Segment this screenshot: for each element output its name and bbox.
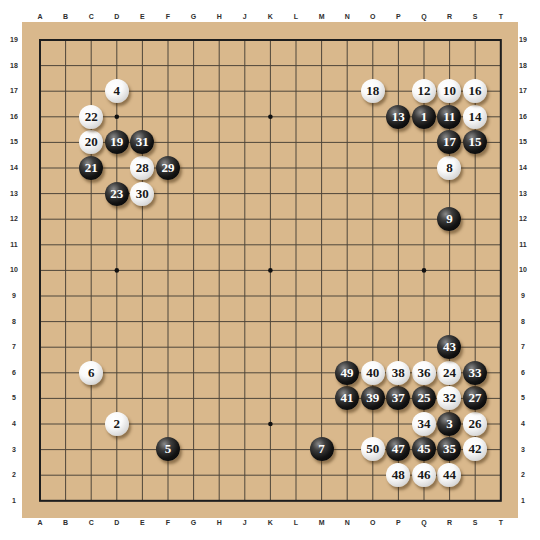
coord-label: 2 [513, 470, 533, 480]
coord-label: R [440, 518, 460, 528]
coord-label: 15 [513, 137, 533, 147]
move-number: 19 [110, 134, 123, 150]
stone-black-41[interactable]: 41 [335, 386, 359, 410]
coord-label: T [491, 12, 511, 22]
move-number: 6 [88, 365, 95, 381]
coord-label: 1 [513, 496, 533, 506]
move-number: 32 [443, 390, 456, 406]
coord-label: S [465, 12, 485, 22]
move-number: 44 [443, 467, 456, 483]
coord-label: F [158, 518, 178, 528]
move-number: 28 [136, 160, 149, 176]
coord-label: E [132, 518, 152, 528]
stone-black-13[interactable]: 13 [386, 105, 410, 129]
stone-black-21[interactable]: 21 [79, 156, 103, 180]
coord-label: Q [414, 12, 434, 22]
coord-label: 11 [4, 240, 24, 250]
move-number: 46 [417, 467, 430, 483]
stone-black-7[interactable]: 7 [310, 437, 334, 461]
coord-label: C [81, 12, 101, 22]
move-number: 2 [114, 416, 121, 432]
move-number: 20 [85, 134, 98, 150]
coord-label: T [491, 518, 511, 528]
coord-label: 17 [513, 86, 533, 96]
stone-white-14[interactable]: 14 [463, 105, 487, 129]
move-number: 25 [417, 390, 430, 406]
coord-label: P [388, 12, 408, 22]
coord-label: G [184, 518, 204, 528]
move-number: 35 [443, 441, 456, 457]
stone-white-12[interactable]: 12 [412, 79, 436, 103]
coord-label: N [337, 518, 357, 528]
move-number: 38 [392, 365, 405, 381]
coord-label: S [465, 518, 485, 528]
stone-white-30[interactable]: 30 [130, 182, 154, 206]
stone-white-42[interactable]: 42 [463, 437, 487, 461]
stone-black-37[interactable]: 37 [386, 386, 410, 410]
coord-label: 14 [513, 163, 533, 173]
coord-label: N [337, 12, 357, 22]
move-number: 34 [417, 416, 430, 432]
move-number: 3 [446, 416, 453, 432]
stones-layer[interactable]: 1234567891011121314151617181920212223242… [27, 27, 513, 513]
stone-black-17[interactable]: 17 [437, 130, 461, 154]
move-number: 14 [469, 109, 482, 125]
coord-label: 4 [513, 419, 533, 429]
move-number: 48 [392, 467, 405, 483]
coord-label: 16 [4, 112, 24, 122]
move-number: 39 [366, 390, 379, 406]
move-number: 47 [392, 441, 405, 457]
coord-label: 5 [513, 393, 533, 403]
move-number: 31 [136, 134, 149, 150]
move-number: 36 [417, 365, 430, 381]
move-number: 49 [341, 365, 354, 381]
stone-white-32[interactable]: 32 [437, 386, 461, 410]
coord-label: L [286, 518, 306, 528]
stone-white-38[interactable]: 38 [386, 361, 410, 385]
coord-label: 12 [4, 214, 24, 224]
coord-label: 7 [4, 342, 24, 352]
coord-label: 9 [513, 291, 533, 301]
move-number: 26 [469, 416, 482, 432]
coord-label: O [363, 12, 383, 22]
coord-label: 7 [513, 342, 533, 352]
move-number: 17 [443, 134, 456, 150]
move-number: 8 [446, 160, 453, 176]
stone-white-22[interactable]: 22 [79, 105, 103, 129]
coord-label: 19 [513, 35, 533, 45]
coord-label: 13 [513, 189, 533, 199]
stone-black-31[interactable]: 31 [130, 130, 154, 154]
move-number: 43 [443, 339, 456, 355]
coord-label: P [388, 518, 408, 528]
move-number: 23 [110, 186, 123, 202]
stone-black-39[interactable]: 39 [361, 386, 385, 410]
stone-black-45[interactable]: 45 [412, 437, 436, 461]
move-number: 50 [366, 441, 379, 457]
stone-black-3[interactable]: 3 [437, 412, 461, 436]
coord-label: 4 [4, 419, 24, 429]
coord-label: 1 [4, 496, 24, 506]
move-number: 1 [421, 109, 428, 125]
stone-black-1[interactable]: 1 [412, 105, 436, 129]
coord-label: 10 [513, 265, 533, 275]
coord-label: 17 [4, 86, 24, 96]
coord-label: E [132, 12, 152, 22]
coord-label: A [30, 518, 50, 528]
stone-black-11[interactable]: 11 [437, 105, 461, 129]
coord-label: O [363, 518, 383, 528]
stone-black-47[interactable]: 47 [386, 437, 410, 461]
coord-label: D [107, 12, 127, 22]
coord-label: 13 [4, 189, 24, 199]
move-number: 30 [136, 186, 149, 202]
stone-white-20[interactable]: 20 [79, 130, 103, 154]
move-number: 18 [366, 83, 379, 99]
coord-label: C [81, 518, 101, 528]
move-number: 29 [161, 160, 174, 176]
coord-label: 3 [4, 445, 24, 455]
move-number: 4 [114, 83, 121, 99]
stone-white-24[interactable]: 24 [437, 361, 461, 385]
move-number: 10 [443, 83, 456, 99]
move-number: 37 [392, 390, 405, 406]
coord-label: L [286, 12, 306, 22]
move-number: 42 [469, 441, 482, 457]
move-number: 7 [318, 441, 325, 457]
coord-label: 5 [4, 393, 24, 403]
move-number: 24 [443, 365, 456, 381]
move-number: 21 [85, 160, 98, 176]
move-number: 5 [165, 441, 172, 457]
stone-black-19[interactable]: 19 [105, 130, 129, 154]
stone-white-6[interactable]: 6 [79, 361, 103, 385]
stone-white-44[interactable]: 44 [437, 463, 461, 487]
move-number: 12 [417, 83, 430, 99]
stone-white-18[interactable]: 18 [361, 79, 385, 103]
coord-label: 18 [4, 61, 24, 71]
stone-white-28[interactable]: 28 [130, 156, 154, 180]
coord-label: 3 [513, 445, 533, 455]
move-number: 22 [85, 109, 98, 125]
coord-label: M [312, 518, 332, 528]
coord-label: H [209, 12, 229, 22]
coord-label: G [184, 12, 204, 22]
coord-label: K [260, 12, 280, 22]
stone-black-23[interactable]: 23 [105, 182, 129, 206]
move-number: 9 [446, 211, 453, 227]
coord-label: 15 [4, 137, 24, 147]
coord-label: 18 [513, 61, 533, 71]
stone-white-50[interactable]: 50 [361, 437, 385, 461]
move-number: 27 [469, 390, 482, 406]
coord-label: H [209, 518, 229, 528]
move-number: 16 [469, 83, 482, 99]
coord-label: 10 [4, 265, 24, 275]
coord-label: Q [414, 518, 434, 528]
coord-label: 12 [513, 214, 533, 224]
move-number: 41 [341, 390, 354, 406]
coord-label: B [56, 12, 76, 22]
move-number: 33 [469, 365, 482, 381]
move-number: 40 [366, 365, 379, 381]
coord-label: J [235, 518, 255, 528]
coord-label: 8 [4, 317, 24, 327]
coord-label: 9 [4, 291, 24, 301]
move-number: 15 [469, 134, 482, 150]
stone-white-2[interactable]: 2 [105, 412, 129, 436]
stone-black-15[interactable]: 15 [463, 130, 487, 154]
stone-black-33[interactable]: 33 [463, 361, 487, 385]
stone-black-25[interactable]: 25 [412, 386, 436, 410]
coord-label: 2 [4, 470, 24, 480]
stone-white-4[interactable]: 4 [105, 79, 129, 103]
move-number: 13 [392, 109, 405, 125]
stone-black-5[interactable]: 5 [156, 437, 180, 461]
coord-label: A [30, 12, 50, 22]
stone-black-27[interactable]: 27 [463, 386, 487, 410]
stone-black-35[interactable]: 35 [437, 437, 461, 461]
stone-white-34[interactable]: 34 [412, 412, 436, 436]
stone-white-26[interactable]: 26 [463, 412, 487, 436]
coord-label: 16 [513, 112, 533, 122]
coord-label: 14 [4, 163, 24, 173]
stone-white-8[interactable]: 8 [437, 156, 461, 180]
stone-black-9[interactable]: 9 [437, 207, 461, 231]
stone-black-43[interactable]: 43 [437, 335, 461, 359]
stone-black-49[interactable]: 49 [335, 361, 359, 385]
coord-label: R [440, 12, 460, 22]
coord-label: M [312, 12, 332, 22]
coord-label: D [107, 518, 127, 528]
stone-white-48[interactable]: 48 [386, 463, 410, 487]
coord-label: 6 [4, 368, 24, 378]
coord-label: 19 [4, 35, 24, 45]
coord-label: B [56, 518, 76, 528]
stone-black-29[interactable]: 29 [156, 156, 180, 180]
coord-label: 11 [513, 240, 533, 250]
coord-label: K [260, 518, 280, 528]
move-number: 45 [417, 441, 430, 457]
coord-label: J [235, 12, 255, 22]
stone-white-40[interactable]: 40 [361, 361, 385, 385]
coord-label: F [158, 12, 178, 22]
coord-label: 8 [513, 317, 533, 327]
move-number: 11 [443, 109, 455, 125]
stone-white-10[interactable]: 10 [437, 79, 461, 103]
stone-white-16[interactable]: 16 [463, 79, 487, 103]
stone-white-46[interactable]: 46 [412, 463, 436, 487]
coord-label: 6 [513, 368, 533, 378]
stone-white-36[interactable]: 36 [412, 361, 436, 385]
